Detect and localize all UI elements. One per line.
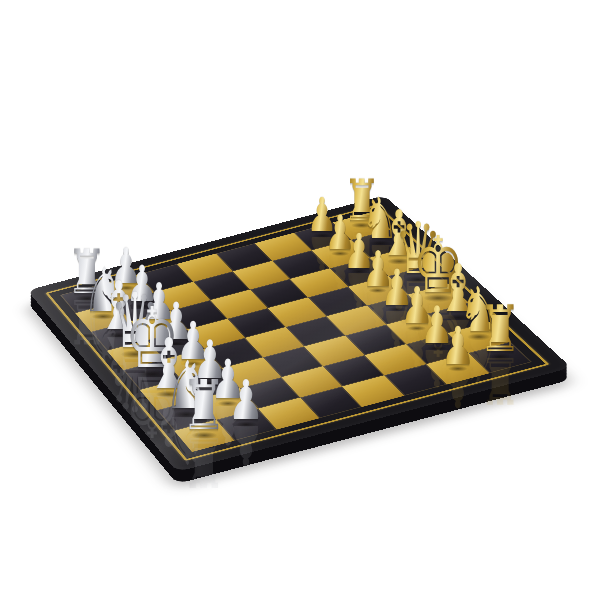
product-photo-stage: ♜♜♞♞♝♝♛♛♚♚♝♝♞♞♜♜♟♟♟♟♟♟♟♟♟♟♟♟♟♟♟♟♟♟♟♟♟♟♟♟… [0,0,600,600]
chess-board [60,212,532,452]
